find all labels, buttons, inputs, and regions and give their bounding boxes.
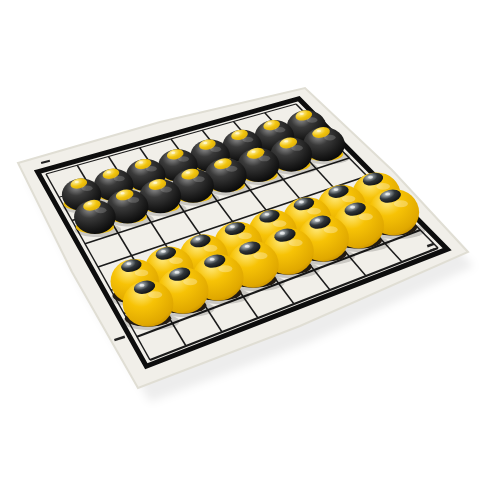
dama-board bbox=[0, 0, 500, 500]
product-photo-stage bbox=[0, 0, 500, 500]
